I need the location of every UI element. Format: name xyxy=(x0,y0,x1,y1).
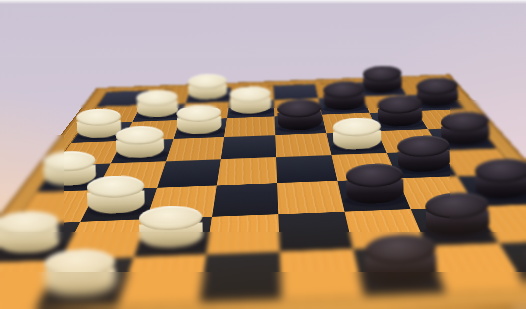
black-man-g3 xyxy=(377,95,423,128)
board-tilt-wrapper xyxy=(0,0,526,309)
square-e5 xyxy=(276,155,337,183)
square-f8 xyxy=(353,246,446,295)
square-c5 xyxy=(157,159,221,187)
square-c7 xyxy=(133,217,212,258)
white-man-b8 xyxy=(43,248,116,297)
black-man-e3 xyxy=(277,98,323,131)
white-man-b6 xyxy=(86,175,145,215)
square-d3 xyxy=(224,116,275,137)
square-c8 xyxy=(117,255,206,305)
board-grid xyxy=(0,79,526,309)
square-d7 xyxy=(207,214,280,255)
piece-top xyxy=(474,158,526,183)
square-h8 xyxy=(499,241,526,290)
square-c4 xyxy=(166,137,225,161)
black-man-g1 xyxy=(363,65,403,93)
black-man-g7 xyxy=(425,191,490,238)
photo-scene xyxy=(0,0,526,309)
white-man-c7 xyxy=(139,205,204,249)
square-e3 xyxy=(275,115,327,136)
white-man-f4 xyxy=(332,117,381,151)
square-d4 xyxy=(221,135,276,159)
square-e7 xyxy=(278,212,353,252)
square-c3 xyxy=(173,118,227,139)
square-e6 xyxy=(277,181,344,214)
square-d8 xyxy=(199,252,281,302)
square-f4 xyxy=(326,131,386,155)
white-man-c3 xyxy=(176,104,222,135)
black-man-g5 xyxy=(397,134,451,173)
white-man-b4 xyxy=(115,125,164,159)
white-man-c1 xyxy=(188,73,228,100)
square-f6 xyxy=(337,178,410,211)
square-d5 xyxy=(217,157,277,185)
white-man-b2 xyxy=(136,89,178,118)
checkers-board-rim xyxy=(0,74,526,309)
white-man-d2 xyxy=(229,86,271,115)
square-d6 xyxy=(212,183,278,217)
square-e8 xyxy=(280,249,364,299)
square-f2 xyxy=(318,97,369,115)
black-man-f8 xyxy=(364,233,437,285)
white-man-a7 xyxy=(0,210,60,254)
black-man-f6 xyxy=(345,163,404,205)
square-d2 xyxy=(227,100,274,118)
black-man-f2 xyxy=(323,81,366,111)
square-b4 xyxy=(111,139,174,163)
square-e4 xyxy=(275,133,331,157)
black-man-h2 xyxy=(416,77,459,107)
